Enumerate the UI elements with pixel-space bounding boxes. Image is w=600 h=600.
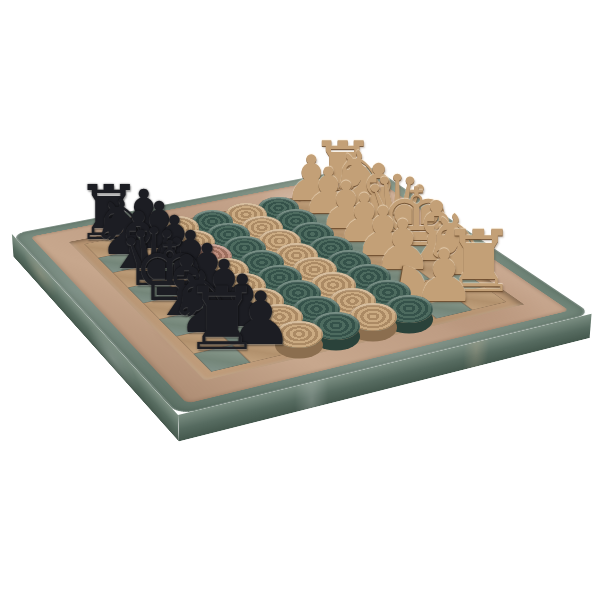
board-grid <box>84 191 507 372</box>
board-top-face <box>12 165 592 415</box>
chess-checkers-board <box>12 165 592 415</box>
board-rim-border <box>30 172 569 404</box>
product-photo-scene: ♜♞♝♛♚♝♞♜♟♟♟♟♟♟♟♟♟♟♟♟♟♟♟♟♜♞♝♛♚♝♞♜ <box>0 0 600 600</box>
